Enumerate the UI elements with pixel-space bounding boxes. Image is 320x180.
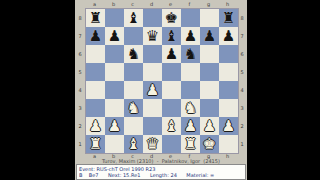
square-h3 <box>219 99 238 117</box>
square-c7 <box>124 27 143 45</box>
rank-label-8: 8 <box>77 9 83 27</box>
square-c8: ♝ <box>124 9 143 27</box>
square-a2: ♟ <box>86 117 105 135</box>
square-h1 <box>219 135 238 153</box>
white-pawn: ♟ <box>203 117 216 135</box>
white-pawn: ♟ <box>222 117 235 135</box>
file-label-e: e <box>161 1 180 7</box>
rank-label-7: 7 <box>239 27 245 45</box>
black-bishop: ♝ <box>165 27 178 45</box>
square-h2: ♟ <box>219 117 238 135</box>
black-rook: ♜ <box>89 9 102 27</box>
square-b8 <box>105 9 124 27</box>
file-label-c: c <box>123 1 142 7</box>
square-d2 <box>143 117 162 135</box>
rank-label-5: 5 <box>77 63 83 81</box>
square-g1: ♚ <box>200 135 219 153</box>
square-b1 <box>105 135 124 153</box>
square-c5 <box>124 63 143 81</box>
white-rook: ♜ <box>89 135 102 153</box>
black-rook: ♜ <box>222 9 235 27</box>
square-f7: ♟ <box>181 27 200 45</box>
square-h4 <box>219 81 238 99</box>
rank-labels-left: 87654321 <box>77 9 83 153</box>
video-frame: { "game": "chess", "position": { "fen": … <box>0 0 320 180</box>
square-a5 <box>86 63 105 81</box>
square-d4: ♟ <box>143 81 162 99</box>
rank-label-7: 7 <box>77 27 83 45</box>
file-labels-top: abcdefgh <box>85 1 237 7</box>
rank-label-5: 5 <box>239 63 245 81</box>
file-label-d: d <box>142 1 161 7</box>
white-king: ♚ <box>203 135 216 153</box>
square-e8: ♚ <box>162 9 181 27</box>
white-bishop: ♝ <box>165 117 178 135</box>
square-b2: ♟ <box>105 117 124 135</box>
black-queen: ♛ <box>146 27 159 45</box>
square-f4 <box>181 81 200 99</box>
rank-label-4: 4 <box>77 81 83 99</box>
black-knight: ♞ <box>127 45 140 63</box>
square-a4 <box>86 81 105 99</box>
square-c2 <box>124 117 143 135</box>
square-a6 <box>86 45 105 63</box>
file-label-f: f <box>180 1 199 7</box>
rank-label-4: 4 <box>239 81 245 99</box>
rank-labels-right: 87654321 <box>239 9 245 153</box>
square-f8 <box>181 9 200 27</box>
white-pawn: ♟ <box>108 117 121 135</box>
square-g6 <box>200 45 219 63</box>
black-pawn: ♟ <box>108 27 121 45</box>
square-c6: ♞ <box>124 45 143 63</box>
square-d6 <box>143 45 162 63</box>
rank-label-6: 6 <box>77 45 83 63</box>
square-b6 <box>105 45 124 63</box>
white-pawn: ♟ <box>146 81 159 99</box>
square-h7: ♟ <box>219 27 238 45</box>
square-b5 <box>105 63 124 81</box>
rank-label-8: 8 <box>239 9 245 27</box>
square-d8 <box>143 9 162 27</box>
white-queen: ♛ <box>146 135 159 153</box>
white-pawn: ♟ <box>89 117 102 135</box>
square-c4 <box>124 81 143 99</box>
square-f5 <box>181 63 200 81</box>
game-info-panel: Event: RUS-chT Orel 1990 R23B Be7 Next: … <box>76 164 246 180</box>
white-knight: ♞ <box>184 99 197 117</box>
square-h6 <box>219 45 238 63</box>
square-h5 <box>219 63 238 81</box>
rank-label-6: 6 <box>239 45 245 63</box>
square-b4 <box>105 81 124 99</box>
file-label-h: h <box>218 1 237 7</box>
square-e3 <box>162 99 181 117</box>
square-b3 <box>105 99 124 117</box>
white-bishop: ♝ <box>127 135 140 153</box>
rank-label-2: 2 <box>239 117 245 135</box>
square-c1: ♝ <box>124 135 143 153</box>
square-e2: ♝ <box>162 117 181 135</box>
square-f1: ♜ <box>181 135 200 153</box>
white-knight: ♞ <box>127 99 140 117</box>
square-a3 <box>86 99 105 117</box>
status-line: B Be7 Next: 15.Re1 Length: 24 Material: … <box>79 172 214 178</box>
white-pawn: ♟ <box>184 117 197 135</box>
square-e6: ♟ <box>162 45 181 63</box>
rank-label-2: 2 <box>77 117 83 135</box>
black-pawn: ♟ <box>165 45 178 63</box>
chess-frame-content: abcdefgh 87654321 ♜♝♚♜♟♟♛♝♟♟♟♞♟♞♟♞♞♟♟♝♟♟… <box>75 0 247 180</box>
black-pawn: ♟ <box>203 27 216 45</box>
square-d7: ♛ <box>143 27 162 45</box>
square-e1 <box>162 135 181 153</box>
square-h8: ♜ <box>219 9 238 27</box>
rank-label-3: 3 <box>77 99 83 117</box>
file-label-b: b <box>104 1 123 7</box>
black-pawn: ♟ <box>184 27 197 45</box>
square-f6: ♞ <box>181 45 200 63</box>
rank-label-1: 1 <box>239 135 245 153</box>
white-rook: ♜ <box>184 135 197 153</box>
rank-label-1: 1 <box>77 135 83 153</box>
square-e4 <box>162 81 181 99</box>
chess-board: ♜♝♚♜♟♟♛♝♟♟♟♞♟♞♟♞♞♟♟♝♟♟♟♜♝♛♜♚ <box>85 8 239 154</box>
square-f3: ♞ <box>181 99 200 117</box>
black-bishop: ♝ <box>127 9 140 27</box>
square-d1: ♛ <box>143 135 162 153</box>
square-g2: ♟ <box>200 117 219 135</box>
black-king: ♚ <box>165 9 178 27</box>
square-b7: ♟ <box>105 27 124 45</box>
rank-label-3: 3 <box>239 99 245 117</box>
square-d5 <box>143 63 162 81</box>
square-g4 <box>200 81 219 99</box>
square-c3: ♞ <box>124 99 143 117</box>
square-a8: ♜ <box>86 9 105 27</box>
square-e7: ♝ <box>162 27 181 45</box>
file-label-a: a <box>85 1 104 7</box>
square-g5 <box>200 63 219 81</box>
square-g8 <box>200 9 219 27</box>
black-knight: ♞ <box>184 45 197 63</box>
square-g3 <box>200 99 219 117</box>
black-pawn: ♟ <box>222 27 235 45</box>
square-a1: ♜ <box>86 135 105 153</box>
square-d3 <box>143 99 162 117</box>
black-pawn: ♟ <box>89 27 102 45</box>
square-g7: ♟ <box>200 27 219 45</box>
square-f2: ♟ <box>181 117 200 135</box>
square-a7: ♟ <box>86 27 105 45</box>
square-e5 <box>162 63 181 81</box>
file-label-g: g <box>199 1 218 7</box>
